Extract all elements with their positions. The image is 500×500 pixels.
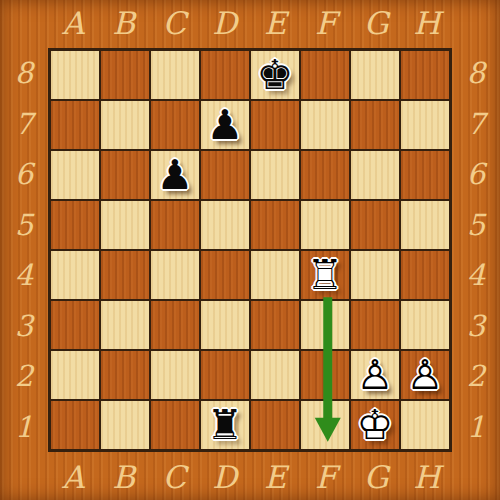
square-f6[interactable] <box>300 150 350 200</box>
square-f7[interactable] <box>300 100 350 150</box>
square-a7[interactable] <box>50 100 100 150</box>
square-b4[interactable] <box>100 250 150 300</box>
square-h1[interactable] <box>400 400 450 450</box>
file-label-f: F <box>301 1 352 45</box>
square-e7[interactable] <box>250 100 300 150</box>
square-e8[interactable]: ♚ <box>250 50 300 100</box>
rank-label-7: 7 <box>454 99 498 150</box>
square-a8[interactable] <box>50 50 100 100</box>
square-d6[interactable] <box>200 150 250 200</box>
square-c8[interactable] <box>150 50 200 100</box>
rank-label-1: 1 <box>454 402 498 453</box>
square-h3[interactable] <box>400 300 450 350</box>
square-h6[interactable] <box>400 150 450 200</box>
square-f4[interactable]: ♜♖ <box>300 250 350 300</box>
square-f3[interactable] <box>300 300 350 350</box>
file-label-b: B <box>99 455 150 499</box>
square-e6[interactable] <box>250 150 300 200</box>
square-g5[interactable] <box>350 200 400 250</box>
square-h2[interactable]: ♟♙ <box>400 350 450 400</box>
white-rook[interactable]: ♜ <box>301 251 349 299</box>
square-c5[interactable] <box>150 200 200 250</box>
square-d2[interactable] <box>200 350 250 400</box>
square-a6[interactable] <box>50 150 100 200</box>
square-a5[interactable] <box>50 200 100 250</box>
chess-board-app: ABCDEFGH ABCDEFGH 87654321 87654321 ♚♟♟♜… <box>0 0 500 500</box>
square-e1[interactable] <box>250 400 300 450</box>
square-h8[interactable] <box>400 50 450 100</box>
square-h5[interactable] <box>400 200 450 250</box>
rank-label-3: 3 <box>454 301 498 352</box>
square-c7[interactable] <box>150 100 200 150</box>
square-f2[interactable] <box>300 350 350 400</box>
rank-label-7: 7 <box>2 99 46 150</box>
file-label-a: A <box>48 455 99 499</box>
black-king[interactable]: ♚ <box>251 51 299 99</box>
rank-label-8: 8 <box>2 48 46 99</box>
square-e3[interactable] <box>250 300 300 350</box>
file-labels-bottom: ABCDEFGH <box>48 455 452 499</box>
rank-label-5: 5 <box>454 200 498 251</box>
square-a3[interactable] <box>50 300 100 350</box>
square-b7[interactable] <box>100 100 150 150</box>
rank-label-6: 6 <box>454 149 498 200</box>
square-a4[interactable] <box>50 250 100 300</box>
square-d4[interactable] <box>200 250 250 300</box>
file-label-d: D <box>200 455 251 499</box>
white-king-outline: ♔ <box>351 401 399 449</box>
square-b5[interactable] <box>100 200 150 250</box>
square-e4[interactable] <box>250 250 300 300</box>
file-label-h: H <box>402 1 453 45</box>
chess-board: ♚♟♟♜♖♟♙♟♙♜♚♔ <box>48 48 452 452</box>
square-e2[interactable] <box>250 350 300 400</box>
file-label-e: E <box>250 455 301 499</box>
square-f1[interactable] <box>300 400 350 450</box>
square-g1[interactable]: ♚♔ <box>350 400 400 450</box>
rank-label-4: 4 <box>454 250 498 301</box>
square-a2[interactable] <box>50 350 100 400</box>
file-label-b: B <box>99 1 150 45</box>
rank-label-2: 2 <box>454 351 498 402</box>
square-b6[interactable] <box>100 150 150 200</box>
square-b3[interactable] <box>100 300 150 350</box>
rank-label-2: 2 <box>2 351 46 402</box>
square-c6[interactable]: ♟ <box>150 150 200 200</box>
file-label-h: H <box>402 455 453 499</box>
square-g8[interactable] <box>350 50 400 100</box>
rank-label-1: 1 <box>2 402 46 453</box>
white-pawn-outline: ♙ <box>351 351 399 399</box>
white-pawn-outline: ♙ <box>401 351 449 399</box>
file-label-f: F <box>301 455 352 499</box>
square-h4[interactable] <box>400 250 450 300</box>
square-d1[interactable]: ♜ <box>200 400 250 450</box>
file-label-g: G <box>351 455 402 499</box>
square-d7[interactable]: ♟ <box>200 100 250 150</box>
square-f8[interactable] <box>300 50 350 100</box>
rank-label-8: 8 <box>454 48 498 99</box>
file-label-c: C <box>149 1 200 45</box>
square-g2[interactable]: ♟♙ <box>350 350 400 400</box>
square-d8[interactable] <box>200 50 250 100</box>
square-c1[interactable] <box>150 400 200 450</box>
square-g4[interactable] <box>350 250 400 300</box>
black-rook[interactable]: ♜ <box>201 401 249 449</box>
rank-labels-left: 87654321 <box>2 48 46 452</box>
file-labels-top: ABCDEFGH <box>48 1 452 45</box>
white-king[interactable]: ♚ <box>351 401 399 449</box>
rank-label-4: 4 <box>2 250 46 301</box>
rank-labels-right: 87654321 <box>454 48 498 452</box>
file-label-d: D <box>200 1 251 45</box>
rank-label-5: 5 <box>2 200 46 251</box>
square-b1[interactable] <box>100 400 150 450</box>
square-c2[interactable] <box>150 350 200 400</box>
square-h7[interactable] <box>400 100 450 150</box>
square-a1[interactable] <box>50 400 100 450</box>
square-d5[interactable] <box>200 200 250 250</box>
file-label-c: C <box>149 455 200 499</box>
rank-label-3: 3 <box>2 301 46 352</box>
file-label-e: E <box>250 1 301 45</box>
square-d3[interactable] <box>200 300 250 350</box>
rank-label-6: 6 <box>2 149 46 200</box>
square-g3[interactable] <box>350 300 400 350</box>
square-e5[interactable] <box>250 200 300 250</box>
file-label-a: A <box>48 1 99 45</box>
black-pawn[interactable]: ♟ <box>201 101 249 149</box>
square-c4[interactable] <box>150 250 200 300</box>
black-pawn[interactable]: ♟ <box>151 151 199 199</box>
file-label-g: G <box>351 1 402 45</box>
white-pawn[interactable]: ♟ <box>401 351 449 399</box>
white-pawn[interactable]: ♟ <box>351 351 399 399</box>
square-f5[interactable] <box>300 200 350 250</box>
square-g6[interactable] <box>350 150 400 200</box>
square-b2[interactable] <box>100 350 150 400</box>
white-rook-outline: ♖ <box>301 251 349 299</box>
square-c3[interactable] <box>150 300 200 350</box>
square-b8[interactable] <box>100 50 150 100</box>
square-g7[interactable] <box>350 100 400 150</box>
